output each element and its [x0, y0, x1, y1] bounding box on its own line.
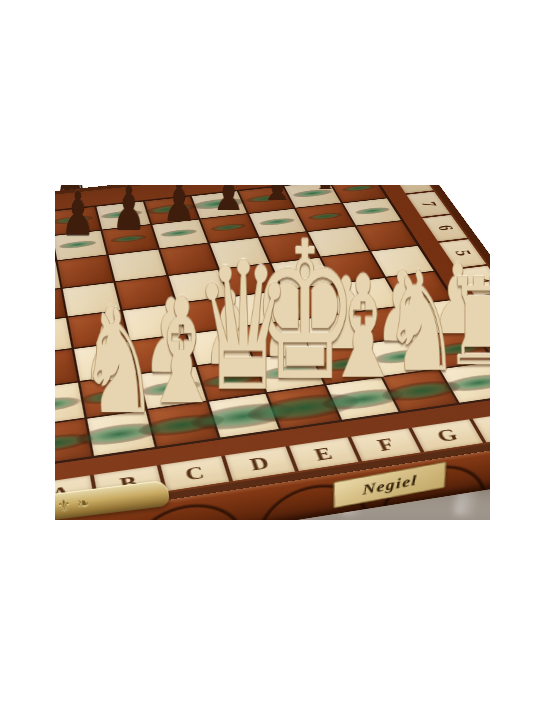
square-b7 — [55, 230, 106, 260]
square-c2 — [138, 366, 205, 408]
square-e2 — [254, 351, 323, 391]
square-c8 — [96, 201, 149, 229]
square-d8 — [144, 196, 198, 223]
square-b4 — [67, 310, 127, 347]
square-d1 — [208, 393, 279, 437]
rank-label-6: 6 — [422, 214, 467, 241]
chess-board: ABCDEFGH 87654321 Negiel ♜♞♝♛♚♝♞♜♟♟♟♟♟♟♟… — [55, 185, 490, 520]
file-label-d: D — [224, 446, 294, 481]
square-e8 — [191, 191, 246, 218]
file-label-e: E — [288, 437, 358, 471]
square-d5 — [168, 269, 228, 302]
scene: ABCDEFGH 87654321 Negiel ♜♞♝♛♚♝♞♜♟♟♟♟♟♟♟… — [55, 185, 490, 520]
square-b1 — [86, 410, 154, 456]
file-label-f: F — [350, 428, 420, 461]
square-d7 — [151, 219, 207, 248]
square-d2 — [197, 359, 265, 400]
square-e4 — [230, 290, 293, 325]
square-c4 — [122, 304, 183, 340]
square-c1 — [147, 401, 216, 446]
product-photo: Negiel ABCDEFGH 87654321 Negiel ♜♞♝♛♚♝♞♜… — [55, 185, 490, 520]
brand-label: Negiel — [362, 471, 417, 497]
brand-plate: Negiel — [333, 461, 446, 508]
square-d3 — [186, 327, 251, 365]
square-g7 — [295, 203, 353, 231]
square-d6 — [159, 243, 217, 274]
square-e3 — [241, 320, 307, 357]
square-g8 — [284, 185, 340, 207]
file-label-c: C — [160, 455, 229, 490]
square-e6 — [209, 237, 268, 267]
square-f8 — [238, 186, 293, 213]
square-b5 — [62, 282, 120, 316]
square-e5 — [219, 263, 280, 296]
fleur-de-lis-icon: ❧ — [76, 494, 91, 513]
square-b6 — [57, 255, 113, 287]
square-f7 — [248, 208, 305, 236]
rank-label-3: 3 — [475, 293, 490, 326]
square-d4 — [177, 297, 239, 332]
square-b2 — [79, 374, 144, 416]
square-c7 — [102, 224, 157, 253]
file-label-g: G — [411, 419, 482, 452]
rank-label-5: 5 — [438, 239, 485, 267]
rank-label-4: 4 — [456, 265, 490, 295]
square-a1 — [55, 418, 90, 465]
square-c6 — [108, 249, 165, 280]
fleur-de-lis-icon: ⚜ — [56, 496, 72, 516]
square-c3 — [130, 334, 194, 373]
square-b3 — [73, 341, 136, 380]
square-c5 — [115, 275, 174, 309]
rank-label-7: 7 — [406, 191, 450, 216]
square-e7 — [200, 213, 257, 242]
